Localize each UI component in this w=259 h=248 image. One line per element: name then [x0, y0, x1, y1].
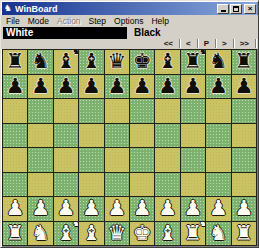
menu-mode[interactable]: Mode	[24, 15, 53, 27]
black-pawn[interactable]: ♟	[158, 75, 177, 98]
square-c5[interactable]	[54, 124, 78, 148]
square-h8[interactable]: ♜♞	[181, 50, 205, 74]
white-pawn[interactable]: ♟	[184, 197, 203, 220]
white-knight[interactable]: ♞	[31, 222, 50, 245]
nav-back-all-button[interactable]: <<	[158, 39, 180, 48]
square-b7[interactable]: ♟	[28, 75, 52, 99]
square-a7[interactable]: ♟	[3, 75, 27, 99]
black-rook[interactable]: ♜	[234, 50, 253, 73]
square-d3[interactable]	[79, 173, 103, 197]
window-title: WinBoard	[15, 4, 216, 14]
square-h2[interactable]: ♟	[181, 197, 205, 221]
square-e4[interactable]	[105, 148, 129, 172]
square-i5[interactable]	[206, 124, 230, 148]
square-f5[interactable]	[130, 124, 154, 148]
black-bishop[interactable]: ♝	[82, 50, 101, 73]
square-j5[interactable]	[232, 124, 256, 148]
square-g6[interactable]	[155, 99, 179, 123]
square-i7[interactable]: ♟	[206, 75, 230, 99]
square-g3[interactable]	[155, 173, 179, 197]
square-e6[interactable]	[105, 99, 129, 123]
chess-board: ♜♞♝♞♝♛♚♝♜♞♞♜♟♟♟♟♟♟♟♟♟♟♟♟♟♟♟♟♟♟♟♟♜♞♝♞♝♛♚♝…	[2, 49, 257, 246]
winboard-window: ♞ WinBoard × File Mode Action Step Optio…	[0, 0, 259, 248]
minimize-button-icon[interactable]	[217, 4, 229, 14]
white-pawn[interactable]: ♟	[82, 197, 101, 220]
menu-step[interactable]: Step	[85, 15, 111, 27]
nav-pause-button[interactable]: P	[198, 39, 216, 48]
knight-compound-icon: ♞	[199, 50, 205, 56]
close-button-icon[interactable]: ×	[244, 4, 256, 14]
white-rook[interactable]: ♜	[234, 222, 253, 245]
square-e3[interactable]	[105, 173, 129, 197]
white-bishop[interactable]: ♝	[82, 222, 101, 245]
square-h7[interactable]: ♟	[181, 75, 205, 99]
square-i8[interactable]: ♞	[206, 50, 230, 74]
nav-forward-button[interactable]: >	[216, 39, 234, 48]
square-d8[interactable]: ♝	[79, 50, 103, 74]
square-e7[interactable]: ♟	[105, 75, 129, 99]
black-pawn[interactable]: ♟	[234, 75, 253, 98]
menu-help[interactable]: Help	[147, 15, 172, 27]
square-d2[interactable]: ♟	[79, 197, 103, 221]
white-knight[interactable]: ♞	[209, 222, 228, 245]
square-c7[interactable]: ♟	[54, 75, 78, 99]
square-j3[interactable]	[232, 173, 256, 197]
white-queen[interactable]: ♛	[107, 222, 126, 245]
knight-compound-icon: ♞	[72, 50, 78, 56]
square-j6[interactable]	[232, 99, 256, 123]
square-b8[interactable]: ♞	[28, 50, 52, 74]
square-a8[interactable]: ♜	[3, 50, 27, 74]
white-king[interactable]: ♚	[133, 222, 152, 245]
square-a5[interactable]	[3, 124, 27, 148]
square-b3[interactable]	[28, 173, 52, 197]
winboard-app-icon: ♞	[4, 4, 12, 13]
black-pawn[interactable]: ♟	[6, 75, 25, 98]
square-c2[interactable]: ♟	[54, 197, 78, 221]
square-f1[interactable]: ♚	[130, 222, 154, 246]
black-pawn[interactable]: ♟	[31, 75, 50, 98]
menu-bar: File Mode Action Step Options Help	[1, 15, 258, 27]
square-i2[interactable]: ♟	[206, 197, 230, 221]
square-f8[interactable]: ♚	[130, 50, 154, 74]
square-j7[interactable]: ♟	[232, 75, 256, 99]
square-a1[interactable]: ♜	[3, 222, 27, 246]
square-c3[interactable]	[54, 173, 78, 197]
square-j4[interactable]	[232, 148, 256, 172]
square-a4[interactable]	[3, 148, 27, 172]
square-g8[interactable]: ♝	[155, 50, 179, 74]
menu-action: Action	[53, 15, 85, 27]
black-knight[interactable]: ♞	[209, 50, 228, 73]
white-archbishop[interactable]: ♝♞	[57, 222, 76, 245]
maximize-button-icon[interactable]	[230, 4, 242, 14]
square-j1[interactable]: ♜	[232, 222, 256, 246]
square-g2[interactable]: ♟	[155, 197, 179, 221]
nav-forward-all-button[interactable]: >>	[234, 39, 256, 48]
black-knight[interactable]: ♞	[31, 50, 50, 73]
menu-file[interactable]: File	[2, 15, 24, 27]
black-pawn[interactable]: ♟	[57, 75, 76, 98]
white-bishop[interactable]: ♝	[158, 222, 177, 245]
square-h5[interactable]	[181, 124, 205, 148]
square-c8[interactable]: ♝♞	[54, 50, 78, 74]
white-chancellor[interactable]: ♜♞	[184, 222, 203, 245]
white-pawn[interactable]: ♟	[107, 197, 126, 220]
white-clock: White	[3, 27, 127, 39]
black-pawn[interactable]: ♟	[107, 75, 126, 98]
knight-compound-icon: ♞	[72, 222, 78, 228]
black-bishop[interactable]: ♝	[158, 50, 177, 73]
white-pawn[interactable]: ♟	[158, 197, 177, 220]
white-pawn[interactable]: ♟	[133, 197, 152, 220]
square-f4[interactable]	[130, 148, 154, 172]
black-chancellor[interactable]: ♜♞	[184, 50, 203, 73]
title-bar[interactable]: ♞ WinBoard ×	[2, 2, 257, 15]
square-i1[interactable]: ♞	[206, 222, 230, 246]
white-pawn[interactable]: ♟	[209, 197, 228, 220]
black-pawn[interactable]: ♟	[82, 75, 101, 98]
square-b5[interactable]	[28, 124, 52, 148]
square-g7[interactable]: ♟	[155, 75, 179, 99]
square-c1[interactable]: ♝♞	[54, 222, 78, 246]
square-d4[interactable]	[79, 148, 103, 172]
knight-compound-icon: ♞	[199, 222, 205, 228]
square-a2[interactable]: ♟	[3, 197, 27, 221]
square-h4[interactable]	[181, 148, 205, 172]
square-b4[interactable]	[28, 148, 52, 172]
square-c6[interactable]	[54, 99, 78, 123]
square-d5[interactable]	[79, 124, 103, 148]
square-h1[interactable]: ♜♞	[181, 222, 205, 246]
square-f2[interactable]: ♟	[130, 197, 154, 221]
square-b2[interactable]: ♟	[28, 197, 52, 221]
square-a3[interactable]	[3, 173, 27, 197]
square-e1[interactable]: ♛	[105, 222, 129, 246]
square-e8[interactable]: ♛	[105, 50, 129, 74]
square-j8[interactable]: ♜	[232, 50, 256, 74]
square-e2[interactable]: ♟	[105, 197, 129, 221]
square-d7[interactable]: ♟	[79, 75, 103, 99]
square-a6[interactable]	[3, 99, 27, 123]
black-rook[interactable]: ♜	[6, 50, 25, 73]
square-j2[interactable]: ♟	[232, 197, 256, 221]
white-pawn[interactable]: ♟	[31, 197, 50, 220]
white-pawn[interactable]: ♟	[57, 197, 76, 220]
navigation-row: << < P > >>	[1, 39, 258, 49]
black-clock: Black	[134, 27, 161, 39]
black-archbishop[interactable]: ♝♞	[57, 50, 76, 73]
square-b1[interactable]: ♞	[28, 222, 52, 246]
white-pawn[interactable]: ♟	[234, 197, 253, 220]
menu-options[interactable]: Options	[110, 15, 147, 27]
square-i6[interactable]	[206, 99, 230, 123]
square-g4[interactable]	[155, 148, 179, 172]
nav-back-button[interactable]: <	[180, 39, 198, 48]
square-f3[interactable]	[130, 173, 154, 197]
square-i3[interactable]	[206, 173, 230, 197]
square-h3[interactable]	[181, 173, 205, 197]
white-pawn[interactable]: ♟	[6, 197, 25, 220]
square-i4[interactable]	[206, 148, 230, 172]
square-f7[interactable]: ♟	[130, 75, 154, 99]
black-queen[interactable]: ♛	[107, 50, 126, 73]
black-pawn[interactable]: ♟	[209, 75, 228, 98]
square-d1[interactable]: ♝	[79, 222, 103, 246]
square-e5[interactable]	[105, 124, 129, 148]
square-h6[interactable]	[181, 99, 205, 123]
square-f6[interactable]	[130, 99, 154, 123]
black-pawn[interactable]: ♟	[184, 75, 203, 98]
white-rook[interactable]: ♜	[6, 222, 25, 245]
square-d6[interactable]	[79, 99, 103, 123]
black-king[interactable]: ♚	[133, 50, 152, 73]
square-b6[interactable]	[28, 99, 52, 123]
square-g1[interactable]: ♝	[155, 222, 179, 246]
square-c4[interactable]	[54, 148, 78, 172]
black-pawn[interactable]: ♟	[133, 75, 152, 98]
clock-row: White Black	[1, 27, 258, 39]
square-g5[interactable]	[155, 124, 179, 148]
